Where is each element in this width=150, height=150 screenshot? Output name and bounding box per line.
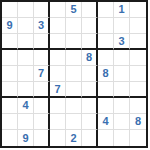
cell-r6c1[interactable] (2, 82, 18, 98)
cell-r3c7[interactable] (98, 34, 114, 50)
cell-r3c8-given: 3 (114, 34, 130, 50)
cell-r3c3[interactable] (34, 34, 50, 50)
cell-r9c1[interactable] (2, 130, 18, 146)
cell-r7c6[interactable] (82, 98, 98, 114)
cell-r7c8[interactable] (114, 98, 130, 114)
cell-r5c8[interactable] (114, 66, 130, 82)
cell-r6c4-given: 7 (50, 82, 66, 98)
cell-r5c9[interactable] (130, 66, 146, 82)
cell-r5c5[interactable] (66, 66, 82, 82)
cell-r9c7[interactable] (98, 130, 114, 146)
cell-r9c2-given: 9 (18, 130, 34, 146)
cell-r8c3[interactable] (34, 114, 50, 130)
cell-r7c4[interactable] (50, 98, 66, 114)
cell-r5c7-given: 8 (98, 66, 114, 82)
cell-r6c9[interactable] (130, 82, 146, 98)
cell-r8c6[interactable] (82, 114, 98, 130)
sudoku-board: 51933878744892 (0, 0, 148, 148)
cell-r9c9[interactable] (130, 130, 146, 146)
cell-r6c5[interactable] (66, 82, 82, 98)
cell-r1c9[interactable] (130, 2, 146, 18)
cell-r4c6-given: 8 (82, 50, 98, 66)
cell-r1c2[interactable] (18, 2, 34, 18)
cell-r4c9[interactable] (130, 50, 146, 66)
cell-r5c4[interactable] (50, 66, 66, 82)
cell-r4c3[interactable] (34, 50, 50, 66)
cell-r2c2[interactable] (18, 18, 34, 34)
cell-r5c1[interactable] (2, 66, 18, 82)
cell-r4c7[interactable] (98, 50, 114, 66)
cell-r8c8[interactable] (114, 114, 130, 130)
cell-r2c3-given: 3 (34, 18, 50, 34)
cell-r3c5[interactable] (66, 34, 82, 50)
cell-r2c8[interactable] (114, 18, 130, 34)
cell-r4c4[interactable] (50, 50, 66, 66)
cell-r9c4[interactable] (50, 130, 66, 146)
cell-r2c4[interactable] (50, 18, 66, 34)
cell-r7c5[interactable] (66, 98, 82, 114)
cell-r1c3[interactable] (34, 2, 50, 18)
cell-r4c1[interactable] (2, 50, 18, 66)
cell-r9c6[interactable] (82, 130, 98, 146)
cell-r3c4[interactable] (50, 34, 66, 50)
cell-r1c4[interactable] (50, 2, 66, 18)
cell-r1c7[interactable] (98, 2, 114, 18)
cell-r7c2-given: 4 (18, 98, 34, 114)
cell-r5c6[interactable] (82, 66, 98, 82)
cell-r1c8-given: 1 (114, 2, 130, 18)
cell-r6c8[interactable] (114, 82, 130, 98)
cell-r1c1[interactable] (2, 2, 18, 18)
cell-r8c2[interactable] (18, 114, 34, 130)
cell-r7c9[interactable] (130, 98, 146, 114)
cell-r8c9-given: 8 (130, 114, 146, 130)
cell-r7c7[interactable] (98, 98, 114, 114)
cell-r8c7-given: 4 (98, 114, 114, 130)
cell-r2c5[interactable] (66, 18, 82, 34)
cell-r1c5-given: 5 (66, 2, 82, 18)
cell-r4c5[interactable] (66, 50, 82, 66)
cell-r9c8[interactable] (114, 130, 130, 146)
cell-r6c2[interactable] (18, 82, 34, 98)
cell-r8c4[interactable] (50, 114, 66, 130)
cell-r6c7[interactable] (98, 82, 114, 98)
cell-r7c3[interactable] (34, 98, 50, 114)
cell-r8c1[interactable] (2, 114, 18, 130)
cell-r2c7[interactable] (98, 18, 114, 34)
cell-r7c1[interactable] (2, 98, 18, 114)
cell-r2c6[interactable] (82, 18, 98, 34)
cell-r3c6[interactable] (82, 34, 98, 50)
cell-r6c6[interactable] (82, 82, 98, 98)
cell-r9c3[interactable] (34, 130, 50, 146)
cell-r6c3[interactable] (34, 82, 50, 98)
cell-r3c9[interactable] (130, 34, 146, 50)
cell-r1c6[interactable] (82, 2, 98, 18)
cell-r3c2[interactable] (18, 34, 34, 50)
cell-r2c1-given: 9 (2, 18, 18, 34)
cell-r4c8[interactable] (114, 50, 130, 66)
cell-r5c2[interactable] (18, 66, 34, 82)
cell-r2c9[interactable] (130, 18, 146, 34)
cell-r5c3-given: 7 (34, 66, 50, 82)
cell-r3c1[interactable] (2, 34, 18, 50)
cell-r4c2[interactable] (18, 50, 34, 66)
cell-r9c5-given: 2 (66, 130, 82, 146)
cell-r8c5[interactable] (66, 114, 82, 130)
